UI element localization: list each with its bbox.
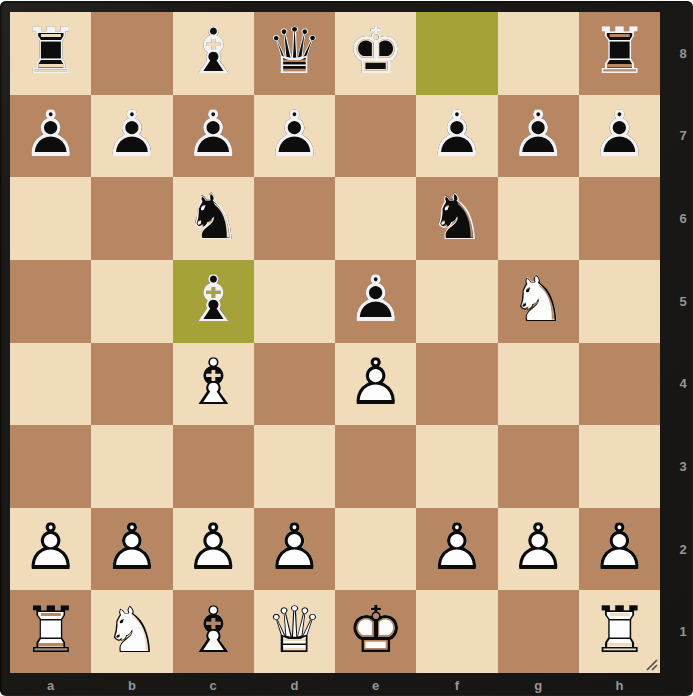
square-c3[interactable] <box>173 425 254 508</box>
piece-outline-glyph: ♘ <box>416 177 497 260</box>
rank-label-4: 4 <box>679 376 686 391</box>
square-a1[interactable]: ♜♖ <box>10 590 91 673</box>
black-pawn-piece[interactable]: ♟♙ <box>579 95 660 178</box>
square-c6[interactable]: ♞♘ <box>173 177 254 260</box>
piece-outline-glyph: ♙ <box>498 95 579 178</box>
square-h8[interactable]: ♜♖ <box>579 12 660 95</box>
resize-handle-icon[interactable] <box>644 657 658 671</box>
square-g7[interactable]: ♟♙ <box>498 95 579 178</box>
black-knight-piece[interactable]: ♞♘ <box>416 177 497 260</box>
square-g4[interactable] <box>498 343 579 426</box>
white-pawn-piece[interactable]: ♟♙ <box>335 343 416 426</box>
white-pawn-piece[interactable]: ♟♙ <box>416 508 497 591</box>
square-e5[interactable]: ♟♙ <box>335 260 416 343</box>
piece-outline-glyph: ♙ <box>416 95 497 178</box>
white-knight-piece[interactable]: ♞♘ <box>498 260 579 343</box>
square-a4[interactable] <box>10 343 91 426</box>
square-e6[interactable] <box>335 177 416 260</box>
rank-label-1: 1 <box>679 624 686 639</box>
black-king-piece[interactable]: ♚♔ <box>335 12 416 95</box>
white-king-piece[interactable]: ♚♔ <box>335 590 416 673</box>
square-d7[interactable]: ♟♙ <box>254 95 335 178</box>
piece-outline-glyph: ♙ <box>10 95 91 178</box>
rank-label-8: 8 <box>679 46 686 61</box>
piece-outline-glyph: ♗ <box>173 590 254 673</box>
square-g6[interactable] <box>498 177 579 260</box>
black-rook-piece[interactable]: ♜♖ <box>579 12 660 95</box>
black-pawn-piece[interactable]: ♟♙ <box>173 95 254 178</box>
white-pawn-piece[interactable]: ♟♙ <box>579 508 660 591</box>
white-pawn-piece[interactable]: ♟♙ <box>173 508 254 591</box>
piece-outline-glyph: ♕ <box>254 12 335 95</box>
square-d5[interactable] <box>254 260 335 343</box>
rank-label-7: 7 <box>679 128 686 143</box>
square-b6[interactable] <box>91 177 172 260</box>
white-knight-piece[interactable]: ♞♘ <box>91 590 172 673</box>
square-g2[interactable]: ♟♙ <box>498 508 579 591</box>
square-e8[interactable]: ♚♔ <box>335 12 416 95</box>
piece-outline-glyph: ♖ <box>10 590 91 673</box>
black-pawn-piece[interactable]: ♟♙ <box>498 95 579 178</box>
square-g1[interactable] <box>498 590 579 673</box>
square-a8[interactable]: ♜♖ <box>10 12 91 95</box>
square-c8[interactable]: ♝♗ <box>173 12 254 95</box>
square-f4[interactable] <box>416 343 497 426</box>
piece-outline-glyph: ♗ <box>173 343 254 426</box>
square-b2[interactable]: ♟♙ <box>91 508 172 591</box>
square-b1[interactable]: ♞♘ <box>91 590 172 673</box>
square-b5[interactable] <box>91 260 172 343</box>
piece-outline-glyph: ♙ <box>91 508 172 591</box>
white-bishop-piece[interactable]: ♝♗ <box>173 343 254 426</box>
piece-outline-glyph: ♙ <box>173 95 254 178</box>
square-f6[interactable]: ♞♘ <box>416 177 497 260</box>
rank-label-2: 2 <box>679 542 686 557</box>
file-label-c: c <box>210 678 217 693</box>
square-f8[interactable] <box>416 12 497 95</box>
square-d2[interactable]: ♟♙ <box>254 508 335 591</box>
square-e4[interactable]: ♟♙ <box>335 343 416 426</box>
square-c7[interactable]: ♟♙ <box>173 95 254 178</box>
rank-label-6: 6 <box>679 211 686 226</box>
square-h4[interactable] <box>579 343 660 426</box>
square-c1[interactable]: ♝♗ <box>173 590 254 673</box>
black-pawn-piece[interactable]: ♟♙ <box>254 95 335 178</box>
piece-outline-glyph: ♖ <box>10 12 91 95</box>
square-c5[interactable]: ♝♗ <box>173 260 254 343</box>
square-g3[interactable] <box>498 425 579 508</box>
square-h5[interactable] <box>579 260 660 343</box>
square-d3[interactable] <box>254 425 335 508</box>
black-pawn-piece[interactable]: ♟♙ <box>10 95 91 178</box>
piece-outline-glyph: ♙ <box>335 260 416 343</box>
board-frame: ♜♖♝♗♛♕♚♔♜♖♟♙♟♙♟♙♟♙♟♙♟♙♟♙♞♘♞♘♝♗♟♙♞♘♝♗♟♙♟♙… <box>0 1 693 696</box>
square-f7[interactable]: ♟♙ <box>416 95 497 178</box>
piece-outline-glyph: ♗ <box>173 260 254 343</box>
square-g8[interactable] <box>498 12 579 95</box>
rank-coordinates: 87654321 <box>660 12 693 673</box>
black-knight-piece[interactable]: ♞♘ <box>173 177 254 260</box>
piece-outline-glyph: ♔ <box>335 12 416 95</box>
square-h6[interactable] <box>579 177 660 260</box>
piece-outline-glyph: ♙ <box>416 508 497 591</box>
square-e2[interactable] <box>335 508 416 591</box>
white-pawn-piece[interactable]: ♟♙ <box>254 508 335 591</box>
square-b3[interactable] <box>91 425 172 508</box>
file-label-f: f <box>455 678 459 693</box>
square-g5[interactable]: ♞♘ <box>498 260 579 343</box>
file-label-b: b <box>128 678 136 693</box>
black-bishop-piece[interactable]: ♝♗ <box>173 260 254 343</box>
piece-outline-glyph: ♔ <box>335 590 416 673</box>
piece-outline-glyph: ♗ <box>173 12 254 95</box>
chess-board-widget: ♜♖♝♗♛♕♚♔♜♖♟♙♟♙♟♙♟♙♟♙♟♙♟♙♞♘♞♘♝♗♟♙♞♘♝♗♟♙♟♙… <box>0 0 693 696</box>
black-queen-piece[interactable]: ♛♕ <box>254 12 335 95</box>
white-rook-piece[interactable]: ♜♖ <box>10 590 91 673</box>
square-a3[interactable] <box>10 425 91 508</box>
black-bishop-piece[interactable]: ♝♗ <box>173 12 254 95</box>
square-e3[interactable] <box>335 425 416 508</box>
piece-outline-glyph: ♙ <box>173 508 254 591</box>
white-pawn-piece[interactable]: ♟♙ <box>91 508 172 591</box>
square-h7[interactable]: ♟♙ <box>579 95 660 178</box>
file-label-h: h <box>615 678 623 693</box>
piece-outline-glyph: ♙ <box>91 95 172 178</box>
piece-outline-glyph: ♘ <box>91 590 172 673</box>
square-a6[interactable] <box>10 177 91 260</box>
square-e1[interactable]: ♚♔ <box>335 590 416 673</box>
square-f2[interactable]: ♟♙ <box>416 508 497 591</box>
piece-outline-glyph: ♖ <box>579 12 660 95</box>
piece-outline-glyph: ♙ <box>335 343 416 426</box>
white-pawn-piece[interactable]: ♟♙ <box>10 508 91 591</box>
square-d4[interactable] <box>254 343 335 426</box>
square-h3[interactable] <box>579 425 660 508</box>
square-f5[interactable] <box>416 260 497 343</box>
square-d6[interactable] <box>254 177 335 260</box>
piece-outline-glyph: ♙ <box>10 508 91 591</box>
square-e7[interactable] <box>335 95 416 178</box>
white-pawn-piece[interactable]: ♟♙ <box>498 508 579 591</box>
square-f1[interactable] <box>416 590 497 673</box>
black-pawn-piece[interactable]: ♟♙ <box>91 95 172 178</box>
rank-label-3: 3 <box>679 459 686 474</box>
piece-outline-glyph: ♙ <box>254 508 335 591</box>
square-a2[interactable]: ♟♙ <box>10 508 91 591</box>
square-d8[interactable]: ♛♕ <box>254 12 335 95</box>
file-coordinates: abcdefgh <box>10 673 660 696</box>
piece-outline-glyph: ♙ <box>579 95 660 178</box>
square-b8[interactable] <box>91 12 172 95</box>
square-c4[interactable]: ♝♗ <box>173 343 254 426</box>
file-label-d: d <box>290 678 298 693</box>
square-a5[interactable] <box>10 260 91 343</box>
black-pawn-piece[interactable]: ♟♙ <box>335 260 416 343</box>
file-label-g: g <box>534 678 542 693</box>
square-b4[interactable] <box>91 343 172 426</box>
rank-label-5: 5 <box>679 294 686 309</box>
file-label-e: e <box>372 678 379 693</box>
black-rook-piece[interactable]: ♜♖ <box>10 12 91 95</box>
piece-outline-glyph: ♕ <box>254 590 335 673</box>
piece-outline-glyph: ♙ <box>254 95 335 178</box>
board-squares: ♜♖♝♗♛♕♚♔♜♖♟♙♟♙♟♙♟♙♟♙♟♙♟♙♞♘♞♘♝♗♟♙♞♘♝♗♟♙♟♙… <box>10 12 660 673</box>
square-h2[interactable]: ♟♙ <box>579 508 660 591</box>
square-c2[interactable]: ♟♙ <box>173 508 254 591</box>
file-label-a: a <box>47 678 54 693</box>
square-b7[interactable]: ♟♙ <box>91 95 172 178</box>
square-f3[interactable] <box>416 425 497 508</box>
white-queen-piece[interactable]: ♛♕ <box>254 590 335 673</box>
square-a7[interactable]: ♟♙ <box>10 95 91 178</box>
piece-outline-glyph: ♘ <box>173 177 254 260</box>
square-d1[interactable]: ♛♕ <box>254 590 335 673</box>
piece-outline-glyph: ♙ <box>498 508 579 591</box>
white-bishop-piece[interactable]: ♝♗ <box>173 590 254 673</box>
piece-outline-glyph: ♘ <box>498 260 579 343</box>
black-pawn-piece[interactable]: ♟♙ <box>416 95 497 178</box>
piece-outline-glyph: ♙ <box>579 508 660 591</box>
